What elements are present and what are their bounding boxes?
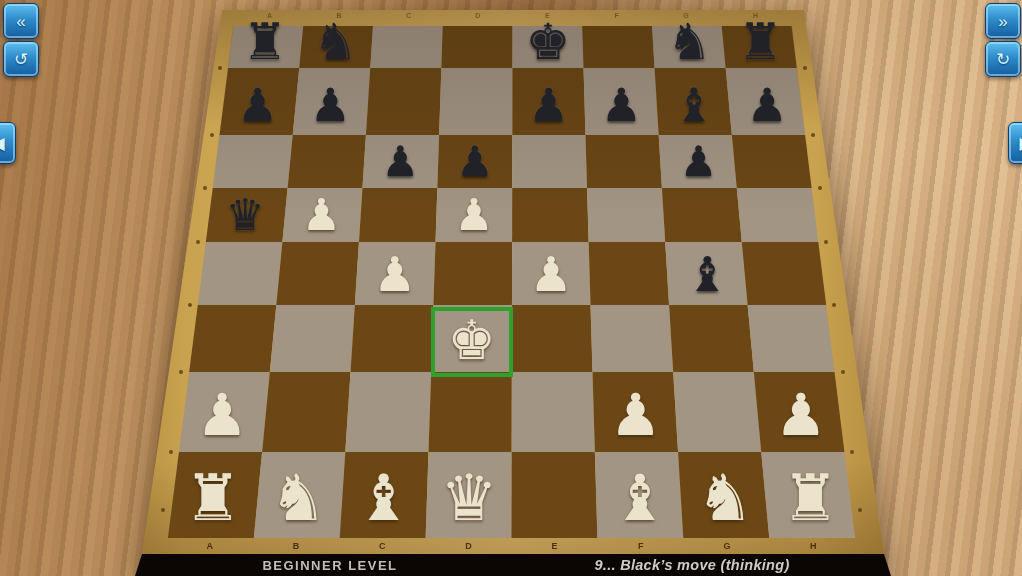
- prev-move-edge-button[interactable]: ◀: [0, 122, 16, 164]
- rim-screw-dot-right: [803, 66, 807, 70]
- chess-board-scene: ♜♞♚♞♜♟♟♟♟♝♟♟♟♟♛♟♟♟♟♝♚♟♟♟♜♞♝♛♝♞♜ AABBCCDD…: [0, 0, 1022, 576]
- undo-icon: ↺: [14, 51, 28, 68]
- far-file-label-a: A: [267, 12, 272, 19]
- far-file-label-h: H: [753, 12, 758, 19]
- fast-back-button[interactable]: «: [3, 3, 39, 39]
- far-file-label-e: E: [545, 12, 550, 19]
- rim-screw-dot-right: [841, 370, 845, 374]
- far-file-label-g: G: [683, 12, 688, 19]
- file-label-g: G: [723, 541, 730, 551]
- rim-screw-dot-left: [210, 133, 214, 137]
- far-file-label-f: F: [614, 12, 618, 19]
- far-file-label-b: B: [336, 12, 341, 19]
- redo-button[interactable]: ↻: [985, 41, 1021, 77]
- rim-screw-dot-left: [203, 186, 207, 190]
- file-label-b: B: [293, 541, 300, 551]
- undo-button[interactable]: ↺: [3, 41, 39, 77]
- file-label-h: H: [810, 541, 817, 551]
- fast-back-icon: «: [16, 13, 25, 30]
- redo-icon: ↻: [996, 51, 1010, 68]
- file-label-d: D: [465, 541, 472, 551]
- rim-screw-dot-right: [858, 508, 862, 512]
- next-move-edge-button[interactable]: ▶: [1008, 122, 1022, 164]
- difficulty-level-label: BEGINNER LEVEL: [262, 558, 397, 573]
- fast-forward-button[interactable]: »: [985, 3, 1021, 39]
- file-label-a: A: [207, 541, 214, 551]
- file-label-f: F: [638, 541, 644, 551]
- fast-forward-icon: »: [998, 13, 1007, 30]
- rim-screw-dot-right: [818, 186, 822, 190]
- prev-icon: ◀: [0, 135, 5, 152]
- rim-screw-dot-left: [188, 303, 192, 307]
- rim-screw-dot-left: [196, 240, 200, 244]
- file-label-e: E: [552, 541, 558, 551]
- board-squares[interactable]: [0, 0, 1022, 576]
- far-file-label-c: C: [406, 12, 411, 19]
- file-label-c: C: [379, 541, 386, 551]
- rim-screw-dot-left: [169, 450, 173, 454]
- last-move-highlight-square: [431, 307, 513, 377]
- move-status-text: 9... Black’s move (thinking): [594, 557, 789, 573]
- far-file-label-d: D: [475, 12, 480, 19]
